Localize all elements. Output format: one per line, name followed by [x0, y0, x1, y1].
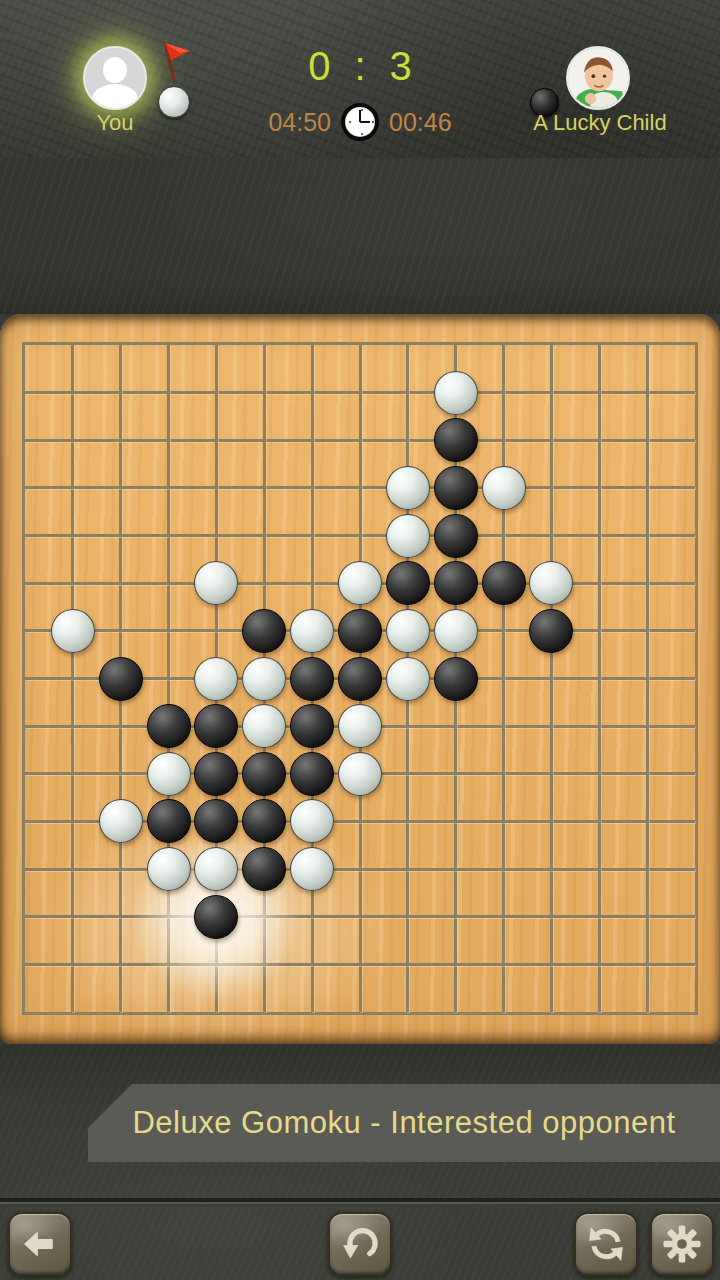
grid-line [598, 345, 601, 1012]
gear-icon [659, 1221, 705, 1267]
header: You 0 : 3 04:50 00:46 [0, 0, 720, 158]
status-banner: Deluxe Gomoku - Interested opponent [88, 1084, 720, 1162]
stone-black [434, 657, 478, 701]
stone-white [290, 609, 334, 653]
timer-opponent: 00:46 [389, 108, 452, 137]
stone-white [194, 561, 238, 605]
grid-line [550, 345, 553, 1012]
stone-white [290, 847, 334, 891]
timers: 04:50 00:46 [220, 100, 500, 144]
stone-white [386, 466, 430, 510]
stone-black [194, 895, 238, 939]
stone-black [242, 609, 286, 653]
status-banner-text: Deluxe Gomoku - Interested opponent [132, 1105, 675, 1141]
stone-black [290, 657, 334, 701]
stone-white [386, 609, 430, 653]
stone-white [338, 752, 382, 796]
stone-white [51, 609, 95, 653]
stone-white [194, 657, 238, 701]
stone-white [194, 847, 238, 891]
stone-black [147, 799, 191, 843]
stone-white [242, 704, 286, 748]
stone-black [242, 799, 286, 843]
player-opponent-avatar [566, 46, 630, 110]
person-silhouette-icon [103, 57, 127, 83]
stone-black [242, 752, 286, 796]
stone-white [338, 561, 382, 605]
grid-line [25, 963, 695, 966]
stone-black [482, 561, 526, 605]
stone-white [99, 799, 143, 843]
stone-black [338, 657, 382, 701]
left-arrow-icon [18, 1222, 62, 1266]
stone-black [338, 609, 382, 653]
stone-black [99, 657, 143, 701]
score-you: 0 [308, 44, 330, 89]
upper-panel [0, 158, 720, 314]
settings-button[interactable] [650, 1212, 714, 1276]
sync-arrows-icon [584, 1222, 628, 1266]
stone-black [194, 799, 238, 843]
undo-arrow-icon [337, 1221, 383, 1267]
stone-black [194, 704, 238, 748]
stone-white [242, 657, 286, 701]
app-screen: You 0 : 3 04:50 00:46 [0, 0, 720, 1280]
stone-white [434, 371, 478, 415]
red-flag-icon [152, 38, 192, 82]
stone-white [386, 514, 430, 558]
grid-line [25, 915, 695, 918]
score-separator: : [354, 44, 365, 89]
stone-white [482, 466, 526, 510]
timer-you: 04:50 [268, 108, 331, 137]
grid-line [25, 868, 695, 871]
stone-black [242, 847, 286, 891]
stone-white [147, 752, 191, 796]
undo-button[interactable] [328, 1212, 392, 1276]
player-opponent-name: A Lucky Child [490, 110, 710, 136]
back-button[interactable] [8, 1212, 72, 1276]
baby-photo [568, 48, 628, 108]
stone-black [147, 704, 191, 748]
stone-white [338, 704, 382, 748]
stone-black [434, 466, 478, 510]
stone-black [434, 418, 478, 462]
stone-black [290, 752, 334, 796]
grid-line [502, 345, 505, 1012]
stone-black [290, 704, 334, 748]
new-game-button[interactable] [574, 1212, 638, 1276]
stone-black [434, 561, 478, 605]
stone-black [434, 514, 478, 558]
stone-white [529, 561, 573, 605]
divider [0, 1198, 720, 1207]
gomoku-board[interactable] [0, 314, 720, 1044]
stone-white [386, 657, 430, 701]
board-grid[interactable] [22, 342, 698, 1015]
stone-white [290, 799, 334, 843]
score: 0 : 3 [240, 44, 480, 89]
player-you-name: You [45, 110, 185, 136]
clock-icon [341, 103, 379, 141]
stone-black [386, 561, 430, 605]
score-opponent: 3 [390, 44, 412, 89]
stone-black [529, 609, 573, 653]
grid-line [646, 345, 649, 1012]
player-you-avatar [83, 46, 147, 110]
stone-white [434, 609, 478, 653]
stone-black [194, 752, 238, 796]
stone-white [147, 847, 191, 891]
